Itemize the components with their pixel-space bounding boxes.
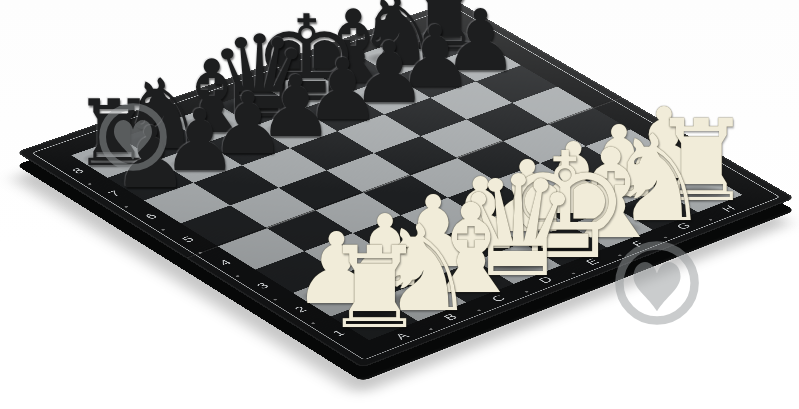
frame-pin-dot xyxy=(235,275,240,277)
rank-label-8: 8 xyxy=(69,166,87,175)
frame-pin-dot xyxy=(198,252,203,254)
file-label-h: H xyxy=(719,204,738,213)
frame-pin-dot xyxy=(161,229,166,231)
frame-pin-dot xyxy=(87,183,92,185)
frame-pin-dot xyxy=(618,254,623,256)
file-label-f: F xyxy=(629,239,647,248)
frame-pin-dot xyxy=(311,322,316,324)
rank-label-7: 7 xyxy=(105,189,123,198)
frame-pin-dot xyxy=(429,328,434,330)
chess-set-photo: ABCDEFGH87654321 ♜♞♝♛♚♝♞♜♟♟♟♟♟♟♟♟♟♟♟♟♟♟♟… xyxy=(0,0,799,409)
rank-label-2: 2 xyxy=(291,304,309,313)
rank-label-5: 5 xyxy=(179,235,197,244)
playing-field xyxy=(71,23,742,340)
rank-label-3: 3 xyxy=(254,281,272,290)
frame-pin-dot xyxy=(524,291,529,293)
frame-pin-dot xyxy=(124,206,129,208)
frame-pin-dot xyxy=(708,219,712,221)
file-label-b: B xyxy=(441,312,460,322)
file-label-c: C xyxy=(488,293,508,303)
file-label-g: G xyxy=(673,221,693,231)
file-label-e: E xyxy=(583,257,602,267)
rank-label-4: 4 xyxy=(216,258,234,267)
file-label-d: D xyxy=(536,275,556,285)
frame-pin-dot xyxy=(571,272,576,274)
chessboard: ABCDEFGH87654321 xyxy=(16,0,795,368)
rank-label-1: 1 xyxy=(329,328,347,337)
rank-label-6: 6 xyxy=(142,212,160,221)
frame-pin-dot xyxy=(273,298,278,300)
frame-pin-dot xyxy=(477,309,482,311)
file-label-a: A xyxy=(392,331,411,341)
frame-pin-dot xyxy=(663,236,667,238)
